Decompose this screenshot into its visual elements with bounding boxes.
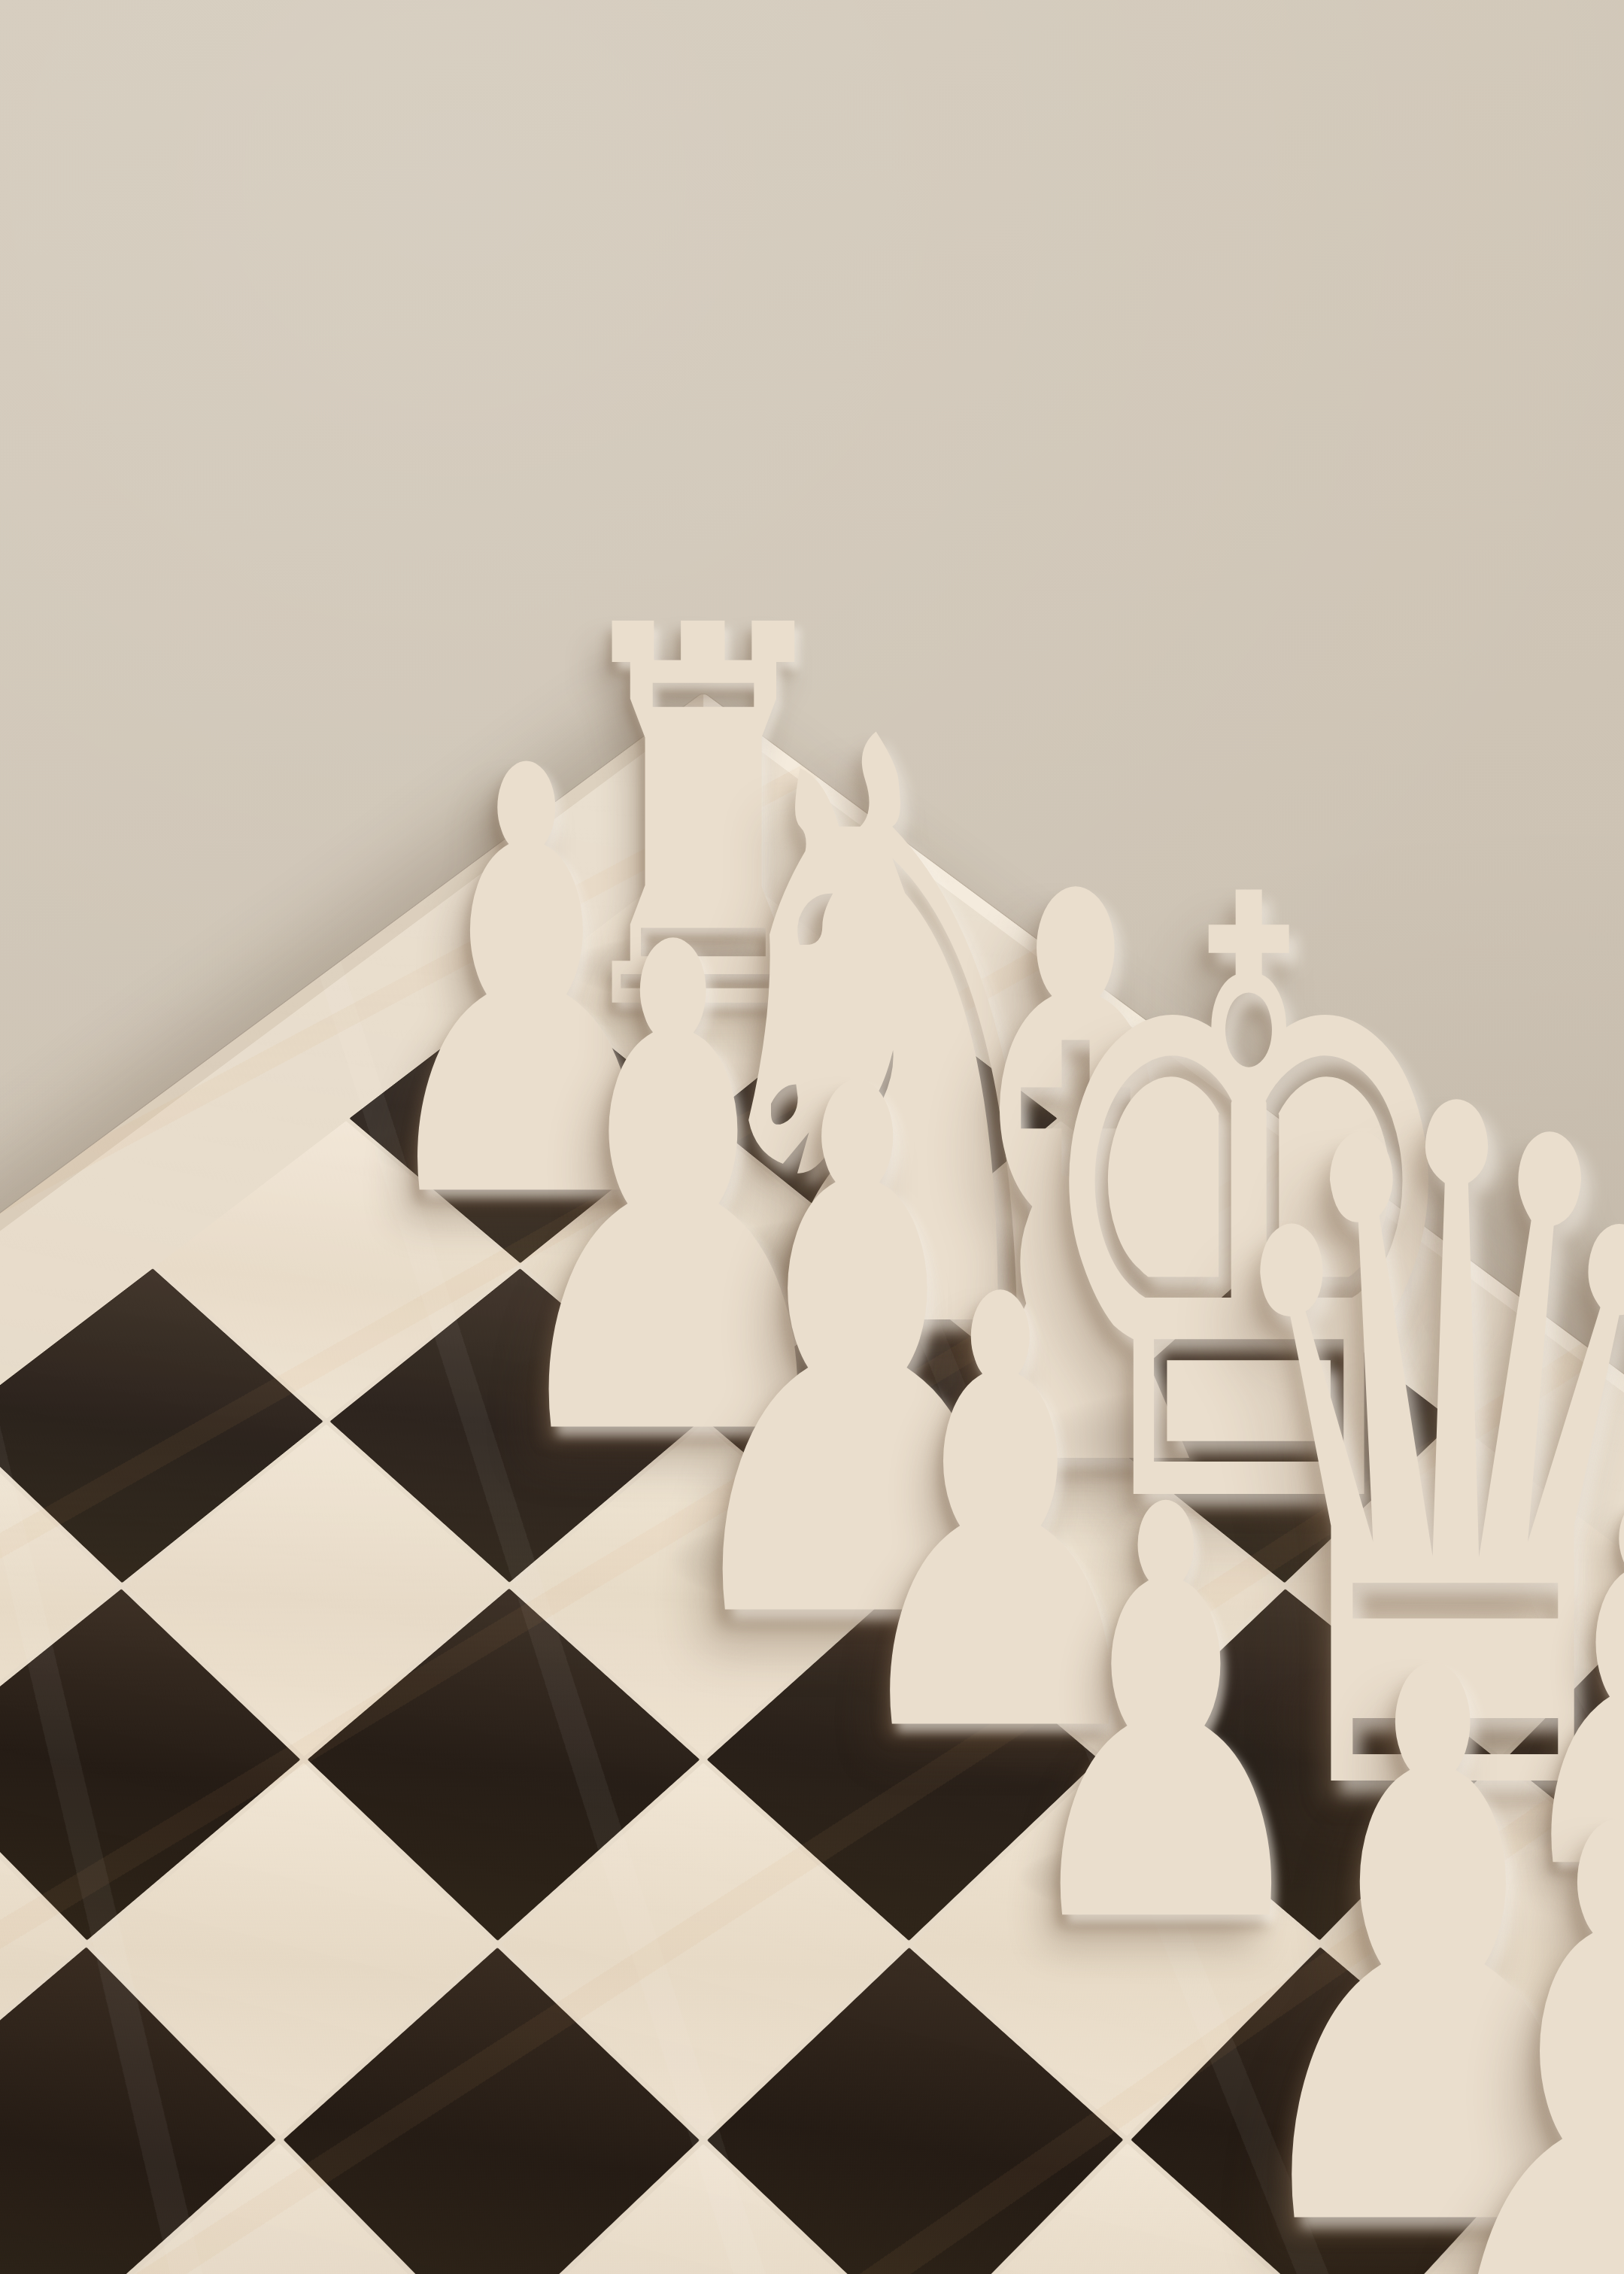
pieces-layer: ♜♟♞♟♝♚♟♟♛♟♟♟♟ — [0, 0, 1624, 2274]
piece-white-pawn-b2[interactable]: ♟ — [1256, 1726, 1624, 2274]
pawn-glyph: ♟ — [1394, 1726, 1624, 2274]
